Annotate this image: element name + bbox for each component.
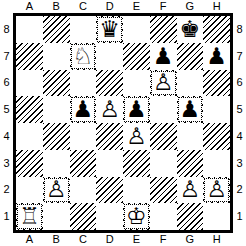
file-label-bottom-d: D [96, 233, 123, 246]
file-label-bottom-g: G [177, 233, 204, 246]
square-b7[interactable] [43, 43, 70, 70]
piece-white-pawn[interactable]: ♙ [206, 178, 227, 201]
file-label-bottom-h: H [203, 233, 230, 246]
file-label-top-f: F [150, 0, 177, 13]
square-f1[interactable] [150, 203, 177, 230]
file-label-top-h: H [203, 0, 230, 13]
rank-label-left-3: 3 [0, 150, 13, 177]
piece-white-pawn[interactable]: ♙ [180, 178, 201, 201]
piece-backdrop: ♛ [97, 17, 122, 42]
square-a4[interactable] [16, 123, 43, 150]
square-c4[interactable] [70, 123, 97, 150]
square-h8[interactable] [203, 16, 230, 43]
square-g1[interactable] [177, 203, 204, 230]
square-a5[interactable] [16, 96, 43, 123]
square-a1[interactable]: ♖ [16, 203, 43, 230]
square-e2[interactable] [123, 177, 150, 204]
piece-backdrop: ♔ [124, 204, 149, 229]
square-b5[interactable] [43, 96, 70, 123]
rank-labels-right: 87654321 [233, 16, 246, 230]
square-h3[interactable] [203, 150, 230, 177]
square-d8[interactable]: ♛ [96, 16, 123, 43]
square-g2[interactable]: ♙ [177, 177, 204, 204]
square-e8[interactable] [123, 16, 150, 43]
square-h4[interactable] [203, 123, 230, 150]
square-f6[interactable]: ♙ [150, 70, 177, 97]
rank-label-right-4: 4 [233, 123, 246, 150]
square-c2[interactable] [70, 177, 97, 204]
file-label-top-d: D [96, 0, 123, 13]
piece-white-knight[interactable]: ♘ [73, 45, 94, 68]
square-g8[interactable]: ♚ [177, 16, 204, 43]
piece-backdrop: ♟ [71, 97, 96, 122]
file-label-top-e: E [123, 0, 150, 13]
rank-label-right-5: 5 [233, 96, 246, 123]
piece-white-pawn[interactable]: ♙ [46, 178, 67, 201]
square-e4[interactable]: ♙ [123, 123, 150, 150]
rank-label-left-2: 2 [0, 177, 13, 204]
square-e3[interactable] [123, 150, 150, 177]
rank-label-right-6: 6 [233, 70, 246, 97]
piece-backdrop: ♘ [71, 44, 96, 69]
rank-label-left-1: 1 [0, 203, 13, 230]
square-d6[interactable] [96, 70, 123, 97]
file-label-bottom-f: F [150, 233, 177, 246]
piece-white-pawn[interactable]: ♙ [153, 71, 174, 94]
file-label-bottom-c: C [70, 233, 97, 246]
piece-white-king[interactable]: ♔ [126, 205, 147, 228]
rank-label-left-4: 4 [0, 123, 13, 150]
square-f8[interactable] [150, 16, 177, 43]
square-a2[interactable] [16, 177, 43, 204]
piece-black-pawn[interactable]: ♟ [206, 45, 227, 68]
file-label-bottom-b: B [43, 233, 70, 246]
square-d5[interactable]: ♙ [96, 96, 123, 123]
file-label-top-g: G [177, 0, 204, 13]
file-labels-bottom: ABCDEFGH [16, 233, 230, 246]
piece-backdrop: ♟ [124, 97, 149, 122]
file-label-top-b: B [43, 0, 70, 13]
piece-white-pawn[interactable]: ♙ [126, 125, 147, 148]
chess-board: ♛♚♘♟♟♙♟♙♟♟♙♙♙♙♖♔ [13, 13, 233, 233]
square-f2[interactable] [150, 177, 177, 204]
square-g3[interactable] [177, 150, 204, 177]
piece-black-pawn[interactable]: ♟ [73, 98, 94, 121]
square-f7[interactable]: ♟ [150, 43, 177, 70]
square-h5[interactable] [203, 96, 230, 123]
square-h6[interactable] [203, 70, 230, 97]
piece-white-pawn[interactable]: ♙ [99, 98, 120, 121]
square-c6[interactable] [70, 70, 97, 97]
square-c3[interactable] [70, 150, 97, 177]
square-d3[interactable] [96, 150, 123, 177]
rank-label-right-1: 1 [233, 203, 246, 230]
square-h7[interactable]: ♟ [203, 43, 230, 70]
rank-label-left-7: 7 [0, 43, 13, 70]
square-c1[interactable] [70, 203, 97, 230]
square-e1[interactable]: ♔ [123, 203, 150, 230]
square-b3[interactable] [43, 150, 70, 177]
piece-black-king[interactable]: ♚ [180, 18, 201, 41]
square-g7[interactable] [177, 43, 204, 70]
file-labels-top: ABCDEFGH [16, 0, 230, 13]
square-e5[interactable]: ♟ [123, 96, 150, 123]
square-c5[interactable]: ♟ [70, 96, 97, 123]
rank-label-right-2: 2 [233, 177, 246, 204]
rank-labels-left: 87654321 [0, 16, 13, 230]
file-label-bottom-a: A [16, 233, 43, 246]
piece-backdrop: ♙ [204, 178, 229, 203]
square-d1[interactable] [96, 203, 123, 230]
square-d7[interactable] [96, 43, 123, 70]
file-label-bottom-e: E [123, 233, 150, 246]
piece-white-rook[interactable]: ♖ [19, 205, 40, 228]
square-a7[interactable] [16, 43, 43, 70]
piece-black-pawn[interactable]: ♟ [126, 98, 147, 121]
rank-label-right-7: 7 [233, 43, 246, 70]
square-g6[interactable] [177, 70, 204, 97]
piece-backdrop: ♙ [151, 71, 176, 96]
piece-backdrop: ♙ [44, 178, 69, 203]
square-b1[interactable] [43, 203, 70, 230]
square-a3[interactable] [16, 150, 43, 177]
square-g4[interactable] [177, 123, 204, 150]
square-b6[interactable] [43, 70, 70, 97]
piece-black-pawn[interactable]: ♟ [180, 98, 201, 121]
rank-label-right-3: 3 [233, 150, 246, 177]
square-a6[interactable] [16, 70, 43, 97]
piece-backdrop: ♟ [178, 97, 203, 122]
square-f4[interactable] [150, 123, 177, 150]
square-b2[interactable]: ♙ [43, 177, 70, 204]
piece-black-pawn[interactable]: ♟ [153, 45, 174, 68]
square-b4[interactable] [43, 123, 70, 150]
square-h2[interactable]: ♙ [203, 177, 230, 204]
square-f5[interactable] [150, 96, 177, 123]
square-d2[interactable] [96, 177, 123, 204]
square-e6[interactable] [123, 70, 150, 97]
square-g5[interactable]: ♟ [177, 96, 204, 123]
square-f3[interactable] [150, 150, 177, 177]
square-e7[interactable] [123, 43, 150, 70]
square-c7[interactable]: ♘ [70, 43, 97, 70]
rank-label-left-6: 6 [0, 70, 13, 97]
square-d4[interactable] [96, 123, 123, 150]
square-c8[interactable] [70, 16, 97, 43]
rank-label-left-8: 8 [0, 16, 13, 43]
piece-backdrop: ♖ [17, 204, 42, 229]
piece-black-queen[interactable]: ♛ [99, 18, 120, 41]
file-label-top-c: C [70, 0, 97, 13]
square-h1[interactable] [203, 203, 230, 230]
rank-label-left-5: 5 [0, 96, 13, 123]
chess-diagram: ABCDEFGH ABCDEFGH 87654321 87654321 ♛♚♘♟… [0, 0, 246, 246]
square-b8[interactable] [43, 16, 70, 43]
square-a8[interactable] [16, 16, 43, 43]
file-label-top-a: A [16, 0, 43, 13]
rank-label-right-8: 8 [233, 16, 246, 43]
